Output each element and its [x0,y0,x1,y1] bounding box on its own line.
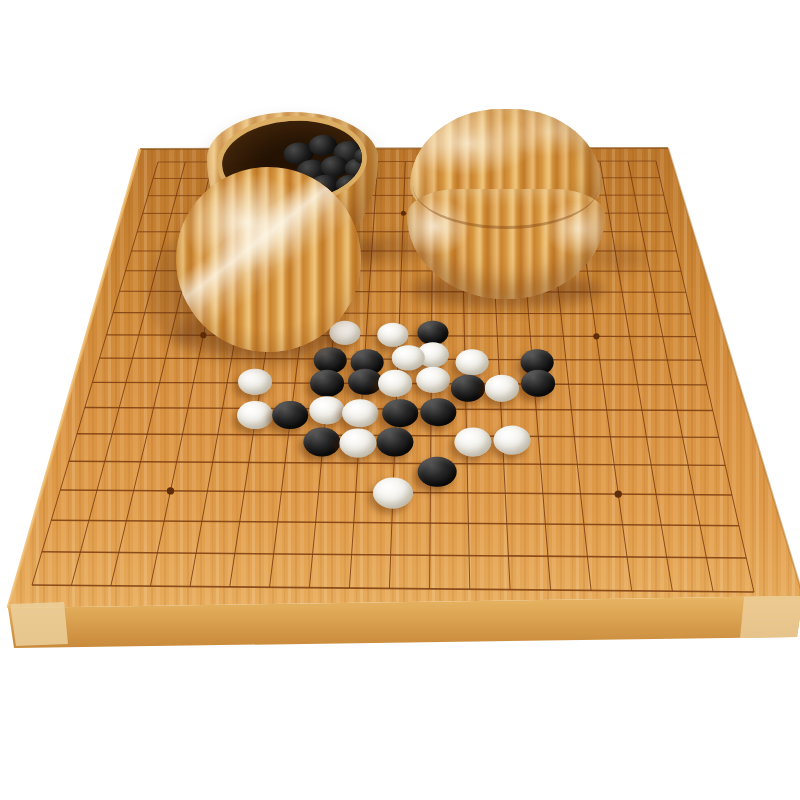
closed-bowl-seam [413,143,599,229]
stone-white[interactable] [392,345,425,370]
stone-black[interactable] [420,398,456,426]
stone-white[interactable] [309,396,344,424]
stone-black[interactable] [382,399,418,427]
stone-black[interactable] [521,370,555,397]
stone-white[interactable] [378,370,412,397]
stone-white[interactable] [339,429,376,458]
stone-white[interactable] [416,367,450,393]
stone-white[interactable] [237,401,273,429]
stone-black[interactable] [418,457,457,487]
stone-black[interactable] [451,375,485,402]
stone-white[interactable] [494,426,531,455]
stone-white[interactable] [373,477,413,508]
bowl-lid-leaning[interactable] [176,167,361,352]
stone-white[interactable] [485,375,519,402]
stone-black[interactable] [310,370,344,397]
stone-black[interactable] [303,428,340,457]
stone-white[interactable] [456,349,489,375]
stone-black[interactable] [314,347,347,373]
stone-black[interactable] [272,401,308,429]
stone-white[interactable] [454,428,491,457]
stones-layer [0,0,800,800]
go-set-product-photo [0,0,800,800]
stone-white[interactable] [342,399,378,427]
stone-black[interactable] [348,369,382,395]
go-bowl-closed[interactable] [407,109,605,299]
stone-black[interactable] [376,428,413,457]
stone-white[interactable] [377,323,408,347]
bowl-stone-black [335,174,362,195]
lid-edge-shading [176,167,361,352]
stone-white[interactable] [238,369,272,395]
